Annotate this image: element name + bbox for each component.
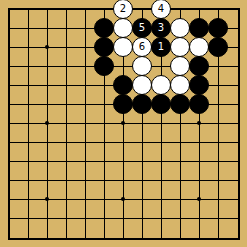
board-cell: [29, 162, 48, 181]
move-number: 1: [158, 42, 164, 52]
board-cell: [67, 105, 86, 124]
white-stone: [132, 75, 152, 95]
board-cell: [162, 219, 181, 238]
board-cell: [67, 162, 86, 181]
white-stone: [189, 37, 209, 57]
board-cell: [181, 200, 200, 219]
board-cell: [143, 143, 162, 162]
white-stone-move-6: 6: [132, 37, 152, 57]
board-cell: [124, 219, 143, 238]
board-cell: [10, 10, 29, 29]
board-cell: [200, 219, 219, 238]
white-stone: [113, 18, 133, 38]
board-cell: [219, 67, 238, 86]
board-cell: [29, 10, 48, 29]
board-cell: [162, 124, 181, 143]
board-cell: [48, 143, 67, 162]
board-cell: [219, 143, 238, 162]
black-stone: [189, 56, 209, 76]
black-stone: [94, 37, 114, 57]
board-cell: [29, 86, 48, 105]
move-number: 6: [139, 42, 145, 52]
board-cell: [181, 124, 200, 143]
white-stone: [113, 37, 133, 57]
white-stone: [151, 75, 171, 95]
board-cell: [10, 29, 29, 48]
board-cell: [67, 29, 86, 48]
board-cell: [86, 143, 105, 162]
board-cell: [105, 162, 124, 181]
board-cell: [29, 200, 48, 219]
star-point: [45, 121, 49, 125]
board-cell: [10, 200, 29, 219]
black-stone: [208, 18, 228, 38]
go-diagram: 245361: [0, 0, 247, 247]
board-cell: [48, 86, 67, 105]
board-cell: [29, 48, 48, 67]
star-point: [121, 197, 125, 201]
move-number: 5: [139, 23, 145, 33]
star-point: [45, 45, 49, 49]
board-cell: [181, 219, 200, 238]
board-cell: [10, 86, 29, 105]
star-point: [197, 197, 201, 201]
board-cell: [48, 219, 67, 238]
board-cell: [29, 143, 48, 162]
board-cell: [67, 219, 86, 238]
board-cell: [67, 86, 86, 105]
black-stone: [189, 94, 209, 114]
move-number: 4: [158, 4, 164, 14]
board-cell: [48, 124, 67, 143]
board-cell: [86, 105, 105, 124]
board-cell: [67, 181, 86, 200]
board-cell: [10, 219, 29, 238]
black-stone: [189, 75, 209, 95]
board-cell: [48, 200, 67, 219]
board-cell: [124, 181, 143, 200]
board-cell: [86, 124, 105, 143]
board-cell: [200, 200, 219, 219]
board-cell: [124, 200, 143, 219]
board-cell: [105, 200, 124, 219]
white-stone: [132, 56, 152, 76]
board-cell: [219, 105, 238, 124]
board-cell: [200, 124, 219, 143]
black-stone: [189, 18, 209, 38]
board-cell: [143, 162, 162, 181]
board-cell: [29, 67, 48, 86]
board-cell: [67, 48, 86, 67]
black-stone: [170, 94, 190, 114]
board-cell: [10, 162, 29, 181]
board-cell: [219, 200, 238, 219]
board-cell: [200, 181, 219, 200]
board-cell: [48, 48, 67, 67]
board-cell: [181, 143, 200, 162]
black-stone: [94, 56, 114, 76]
black-stone-move-5: 5: [132, 18, 152, 38]
board-cell: [124, 143, 143, 162]
board-cell: [162, 162, 181, 181]
board-cell: [67, 124, 86, 143]
board-cell: [86, 162, 105, 181]
board-cell: [67, 67, 86, 86]
white-stone-move-4: 4: [151, 0, 171, 19]
white-stone-move-2: 2: [113, 0, 133, 19]
board-cell: [219, 124, 238, 143]
board-cell: [124, 162, 143, 181]
board-cell: [29, 124, 48, 143]
board-cell: [29, 219, 48, 238]
white-stone: [170, 56, 190, 76]
board-cell: [200, 143, 219, 162]
board-cell: [162, 200, 181, 219]
board-cell: [10, 67, 29, 86]
board-cell: [10, 143, 29, 162]
board-cell: [48, 10, 67, 29]
board-cell: [105, 143, 124, 162]
board-cell: [105, 124, 124, 143]
board-cell: [143, 200, 162, 219]
black-stone: [113, 94, 133, 114]
board-cell: [219, 162, 238, 181]
board-cell: [48, 181, 67, 200]
star-point: [121, 121, 125, 125]
white-stone: [170, 18, 190, 38]
board-cell: [143, 181, 162, 200]
board-cell: [124, 124, 143, 143]
black-stone: [132, 94, 152, 114]
board-cell: [10, 48, 29, 67]
board-cell: [219, 86, 238, 105]
move-number: 3: [158, 23, 164, 33]
board-cell: [86, 181, 105, 200]
board-cell: [10, 105, 29, 124]
board-cell: [67, 200, 86, 219]
board-cell: [200, 162, 219, 181]
black-stone: [94, 18, 114, 38]
board-cell: [162, 181, 181, 200]
board-cell: [48, 29, 67, 48]
star-point: [197, 121, 201, 125]
board-cell: [67, 10, 86, 29]
black-stone: [151, 94, 171, 114]
black-stone: [208, 37, 228, 57]
board-cell: [48, 67, 67, 86]
board-cell: [181, 162, 200, 181]
board-cell: [67, 143, 86, 162]
board-cell: [48, 162, 67, 181]
board-cell: [162, 143, 181, 162]
black-stone: [113, 75, 133, 95]
board-cell: [86, 86, 105, 105]
board-cell: [143, 219, 162, 238]
white-stone: [170, 75, 190, 95]
black-stone-move-3: 3: [151, 18, 171, 38]
star-point: [45, 197, 49, 201]
move-number: 2: [120, 4, 126, 14]
board-cell: [48, 105, 67, 124]
white-stone: [170, 37, 190, 57]
black-stone-move-1: 1: [151, 37, 171, 57]
board-cell: [86, 219, 105, 238]
board-cell: [219, 219, 238, 238]
go-board: 245361: [0, 0, 247, 247]
board-cell: [86, 200, 105, 219]
board-cell: [10, 124, 29, 143]
board-cell: [10, 181, 29, 200]
board-cell: [143, 124, 162, 143]
board-cell: [105, 219, 124, 238]
board-cell: [219, 181, 238, 200]
